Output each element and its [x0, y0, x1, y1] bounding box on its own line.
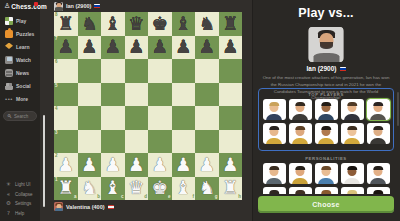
bot-avatar-2-3[interactable]	[315, 163, 338, 184]
square-c3[interactable]	[101, 130, 125, 154]
square-h5[interactable]	[219, 83, 243, 107]
white-pawn[interactable]: ♟	[148, 153, 172, 177]
scrollbar-thumb[interactable]	[43, 115, 45, 207]
white-pawn[interactable]: ♟	[125, 153, 149, 177]
black-knight[interactable]: ♞	[195, 12, 219, 36]
sidebar: ♙ Chess.com PlayPuzzlesLearnWatchNewsSoc…	[0, 0, 40, 221]
sidebar-item-label: Learn	[16, 44, 30, 50]
sidebar-item-puzzles[interactable]: Puzzles	[0, 27, 40, 40]
white-pawn[interactable]: ♟	[54, 153, 78, 177]
bot-avatar-1-9[interactable]	[341, 123, 364, 144]
white-pawn[interactable]: ♟	[172, 153, 196, 177]
sidebar-item-watch[interactable]: Watch	[0, 53, 40, 66]
sidebar-item-label: Social	[16, 83, 31, 89]
tv-icon	[5, 56, 13, 64]
footer-item-label: Collapse	[15, 192, 33, 197]
square-c8[interactable]: ♝	[101, 12, 125, 36]
bot-avatar-2-9[interactable]	[341, 187, 364, 194]
black-bishop[interactable]: ♝	[172, 12, 196, 36]
sidebar-item-more[interactable]: •••More	[0, 92, 40, 105]
square-d7[interactable]: ♟	[125, 36, 149, 60]
black-king[interactable]: ♚	[148, 12, 172, 36]
black-knight[interactable]: ♞	[78, 12, 102, 36]
player-avatar[interactable]	[54, 202, 63, 211]
black-pawn[interactable]: ♟	[125, 36, 149, 60]
square-e1[interactable]: e♚	[148, 177, 172, 201]
bot-avatar-2-2[interactable]	[289, 163, 312, 184]
black-bishop[interactable]: ♝	[101, 12, 125, 36]
white-king[interactable]: ♚	[148, 177, 172, 201]
logo-text: Chess.com	[11, 3, 47, 10]
square-h1[interactable]: h♜	[219, 177, 243, 201]
chesscom-logo[interactable]: ♙ Chess.com	[0, 0, 40, 14]
bot-list: Top PlayersPersonalities	[258, 88, 394, 194]
sidebar-footer: ☀Light UI«Collapse⚙Settings?Help	[0, 180, 40, 218]
bot-flag-icon	[340, 67, 346, 71]
square-d4[interactable]	[125, 106, 149, 130]
bot-avatar-1-1[interactable]	[263, 99, 286, 120]
white-pawn[interactable]: ♟	[195, 153, 219, 177]
sidebar-menu: PlayPuzzlesLearnWatchNewsSocial•••More	[0, 14, 40, 105]
white-pawn[interactable]: ♟	[101, 153, 125, 177]
rank-label: 3	[55, 131, 58, 136]
sidebar-item-news[interactable]: News	[0, 66, 40, 79]
footer-item-label: Settings	[15, 201, 31, 206]
square-h2[interactable]: ♟	[219, 153, 243, 177]
square-a3[interactable]: 3	[54, 130, 78, 154]
square-e4[interactable]	[148, 106, 172, 130]
square-b2[interactable]: ♟	[78, 153, 102, 177]
white-rook[interactable]: ♜	[54, 177, 78, 201]
sidebar-item-label: News	[16, 70, 29, 76]
bot-group-label: Personalities	[258, 156, 394, 161]
white-pawn[interactable]: ♟	[219, 153, 243, 177]
sidebar-item-label: Play	[16, 18, 26, 24]
white-pawn[interactable]: ♟	[78, 153, 102, 177]
player-name: Valentina (400)	[66, 204, 105, 210]
notification-badge	[34, 2, 38, 6]
bot-avatar-1-4[interactable]	[341, 99, 364, 120]
bot-avatar-1-2[interactable]	[289, 99, 312, 120]
bot-avatar-1-3[interactable]	[315, 99, 338, 120]
square-f1[interactable]: f♝	[172, 177, 196, 201]
square-c6[interactable]	[101, 59, 125, 83]
opponent-bar: Ian (2900)	[54, 2, 100, 11]
square-b8[interactable]: ♞	[78, 12, 102, 36]
footer-item-collapse[interactable]: «Collapse	[0, 190, 40, 200]
white-knight[interactable]: ♞	[78, 177, 102, 201]
black-pawn[interactable]: ♟	[148, 36, 172, 60]
square-h4[interactable]	[219, 106, 243, 130]
footer-item-label: Help	[15, 211, 24, 216]
square-b5[interactable]	[78, 83, 102, 107]
search-icon: 🔍︎	[7, 114, 12, 119]
opponent-flag-icon	[94, 4, 100, 8]
square-d6[interactable]	[125, 59, 149, 83]
cap-icon	[5, 43, 13, 51]
square-h6[interactable]	[219, 59, 243, 83]
square-c7[interactable]: ♟	[101, 36, 125, 60]
bot-avatar-1-5[interactable]	[367, 99, 390, 120]
search-input[interactable]: 🔍︎ Search	[3, 111, 37, 121]
square-f3[interactable]	[172, 130, 196, 154]
rank-label: 4	[55, 107, 58, 112]
opponent-name: Ian (2900)	[66, 3, 91, 9]
square-b3[interactable]	[78, 130, 102, 154]
square-g3[interactable]	[195, 130, 219, 154]
black-pawn[interactable]: ♟	[219, 36, 243, 60]
square-c4[interactable]	[101, 106, 125, 130]
rank-label: 5	[55, 84, 58, 89]
bot-avatar-2-4[interactable]	[341, 163, 364, 184]
square-d8[interactable]: ♛	[125, 12, 149, 36]
square-g4[interactable]	[195, 106, 219, 130]
square-c5[interactable]	[101, 83, 125, 107]
white-knight[interactable]: ♞	[195, 177, 219, 201]
bot-avatar-2-1[interactable]	[263, 163, 286, 184]
square-a1[interactable]: 1a♜	[54, 177, 78, 201]
bot-avatar-2-10[interactable]	[367, 187, 390, 194]
square-h7[interactable]: ♟	[219, 36, 243, 60]
square-d2[interactable]: ♟	[125, 153, 149, 177]
black-pawn[interactable]: ♟	[101, 36, 125, 60]
square-b4[interactable]	[78, 106, 102, 130]
opponent-avatar[interactable]	[54, 2, 63, 11]
square-d5[interactable]	[125, 83, 149, 107]
square-b1[interactable]: b♞	[78, 177, 102, 201]
square-g2[interactable]: ♟	[195, 153, 219, 177]
footer-item-settings[interactable]: ⚙Settings	[0, 199, 40, 209]
bot-name-row: Ian (2900)	[252, 65, 400, 72]
sidebar-item-social[interactable]: Social	[0, 79, 40, 92]
square-g8[interactable]: ♞	[195, 12, 219, 36]
square-f6[interactable]	[172, 59, 196, 83]
bot-avatar-1-6[interactable]	[263, 123, 286, 144]
white-queen[interactable]: ♛	[125, 177, 149, 201]
panel-title: Play vs...	[252, 6, 400, 20]
bot-name: Ian (2900)	[307, 65, 337, 72]
white-bishop[interactable]: ♝	[172, 177, 196, 201]
square-a8[interactable]: 8♜	[54, 12, 78, 36]
bot-avatar-2-7[interactable]	[289, 187, 312, 194]
square-g5[interactable]	[195, 83, 219, 107]
square-b6[interactable]	[78, 59, 102, 83]
bot-portrait	[309, 27, 344, 62]
board-icon	[5, 17, 13, 25]
search-placeholder: Search	[14, 114, 28, 119]
bot-avatar-2-6[interactable]	[263, 187, 286, 194]
black-queen[interactable]: ♛	[125, 12, 149, 36]
square-g1[interactable]: g♞	[195, 177, 219, 201]
bot-avatar-2-5[interactable]	[367, 163, 390, 184]
square-a2[interactable]: 2♟	[54, 153, 78, 177]
bot-group-label: Top Players	[261, 92, 391, 97]
sidebar-item-label: Watch	[16, 57, 31, 63]
bot-group-personalities: Personalities	[258, 156, 394, 194]
square-a4[interactable]: 4	[54, 106, 78, 130]
sidebar-item-learn[interactable]: Learn	[0, 40, 40, 53]
square-f8[interactable]: ♝	[172, 12, 196, 36]
collapse-icon: «	[5, 192, 12, 198]
pawn-logo-icon: ♙	[4, 3, 10, 10]
gear-icon: ⚙	[5, 201, 12, 207]
square-g7[interactable]: ♟	[195, 36, 219, 60]
question-icon: ?	[5, 211, 12, 217]
square-e8[interactable]: ♚	[148, 12, 172, 36]
app-window: ♙ Chess.com PlayPuzzlesLearnWatchNewsSoc…	[0, 0, 400, 221]
sidebar-item-label: More	[16, 96, 28, 102]
dots-icon: •••	[5, 95, 13, 103]
square-f5[interactable]	[172, 83, 196, 107]
white-bishop[interactable]: ♝	[101, 177, 125, 201]
square-e7[interactable]: ♟	[148, 36, 172, 60]
square-f2[interactable]: ♟	[172, 153, 196, 177]
rank-label: 6	[55, 60, 58, 65]
bot-avatar-1-7[interactable]	[289, 123, 312, 144]
square-c1[interactable]: c♝	[101, 177, 125, 201]
black-pawn[interactable]: ♟	[78, 36, 102, 60]
footer-item-light-ui[interactable]: ☀Light UI	[0, 180, 40, 190]
black-pawn[interactable]: ♟	[195, 36, 219, 60]
square-a7[interactable]: 7♟	[54, 36, 78, 60]
square-a6[interactable]: 6	[54, 59, 78, 83]
square-h3[interactable]	[219, 130, 243, 154]
puzzle-icon	[5, 30, 13, 38]
square-h8[interactable]: ♜	[219, 12, 243, 36]
sidebar-item-label: Puzzles	[16, 31, 34, 37]
square-f7[interactable]: ♟	[172, 36, 196, 60]
sidebar-item-play[interactable]: Play	[0, 14, 40, 27]
footer-item-label: Light UI	[15, 182, 31, 187]
bot-avatar-2-8[interactable]	[315, 187, 338, 194]
black-pawn[interactable]: ♟	[172, 36, 196, 60]
sun-icon: ☀	[5, 182, 12, 188]
square-e3[interactable]	[148, 130, 172, 154]
people-icon	[5, 82, 13, 90]
square-g6[interactable]	[195, 59, 219, 83]
bot-group-top-players: Top Players	[258, 88, 394, 151]
square-e5[interactable]	[148, 83, 172, 107]
chess-board: 8♜♞♝♛♚♝♞♜7♟♟♟♟♟♟♟♟65432♟♟♟♟♟♟♟♟1a♜b♞c♝d♛…	[54, 12, 242, 200]
bot-avatar-1-10[interactable]	[367, 123, 390, 144]
player-bar: Valentina (400)	[54, 202, 114, 211]
black-rook[interactable]: ♜	[54, 12, 78, 36]
news-icon	[5, 69, 13, 77]
square-e2[interactable]: ♟	[148, 153, 172, 177]
player-flag-icon	[108, 205, 114, 209]
square-b7[interactable]: ♟	[78, 36, 102, 60]
choose-button[interactable]: Choose	[258, 196, 394, 213]
square-f4[interactable]	[172, 106, 196, 130]
square-c2[interactable]: ♟	[101, 153, 125, 177]
square-e6[interactable]	[148, 59, 172, 83]
footer-item-help[interactable]: ?Help	[0, 209, 40, 219]
bot-avatar-1-8[interactable]	[315, 123, 338, 144]
play-vs-panel: Play vs... Ian (2900) One of the most cr…	[252, 0, 400, 221]
white-rook[interactable]: ♜	[219, 177, 243, 201]
black-pawn[interactable]: ♟	[54, 36, 78, 60]
square-d1[interactable]: d♛	[125, 177, 149, 201]
square-d3[interactable]	[125, 130, 149, 154]
black-rook[interactable]: ♜	[219, 12, 243, 36]
square-a5[interactable]: 5	[54, 83, 78, 107]
panel-scrollbar-thumb[interactable]	[397, 92, 399, 126]
